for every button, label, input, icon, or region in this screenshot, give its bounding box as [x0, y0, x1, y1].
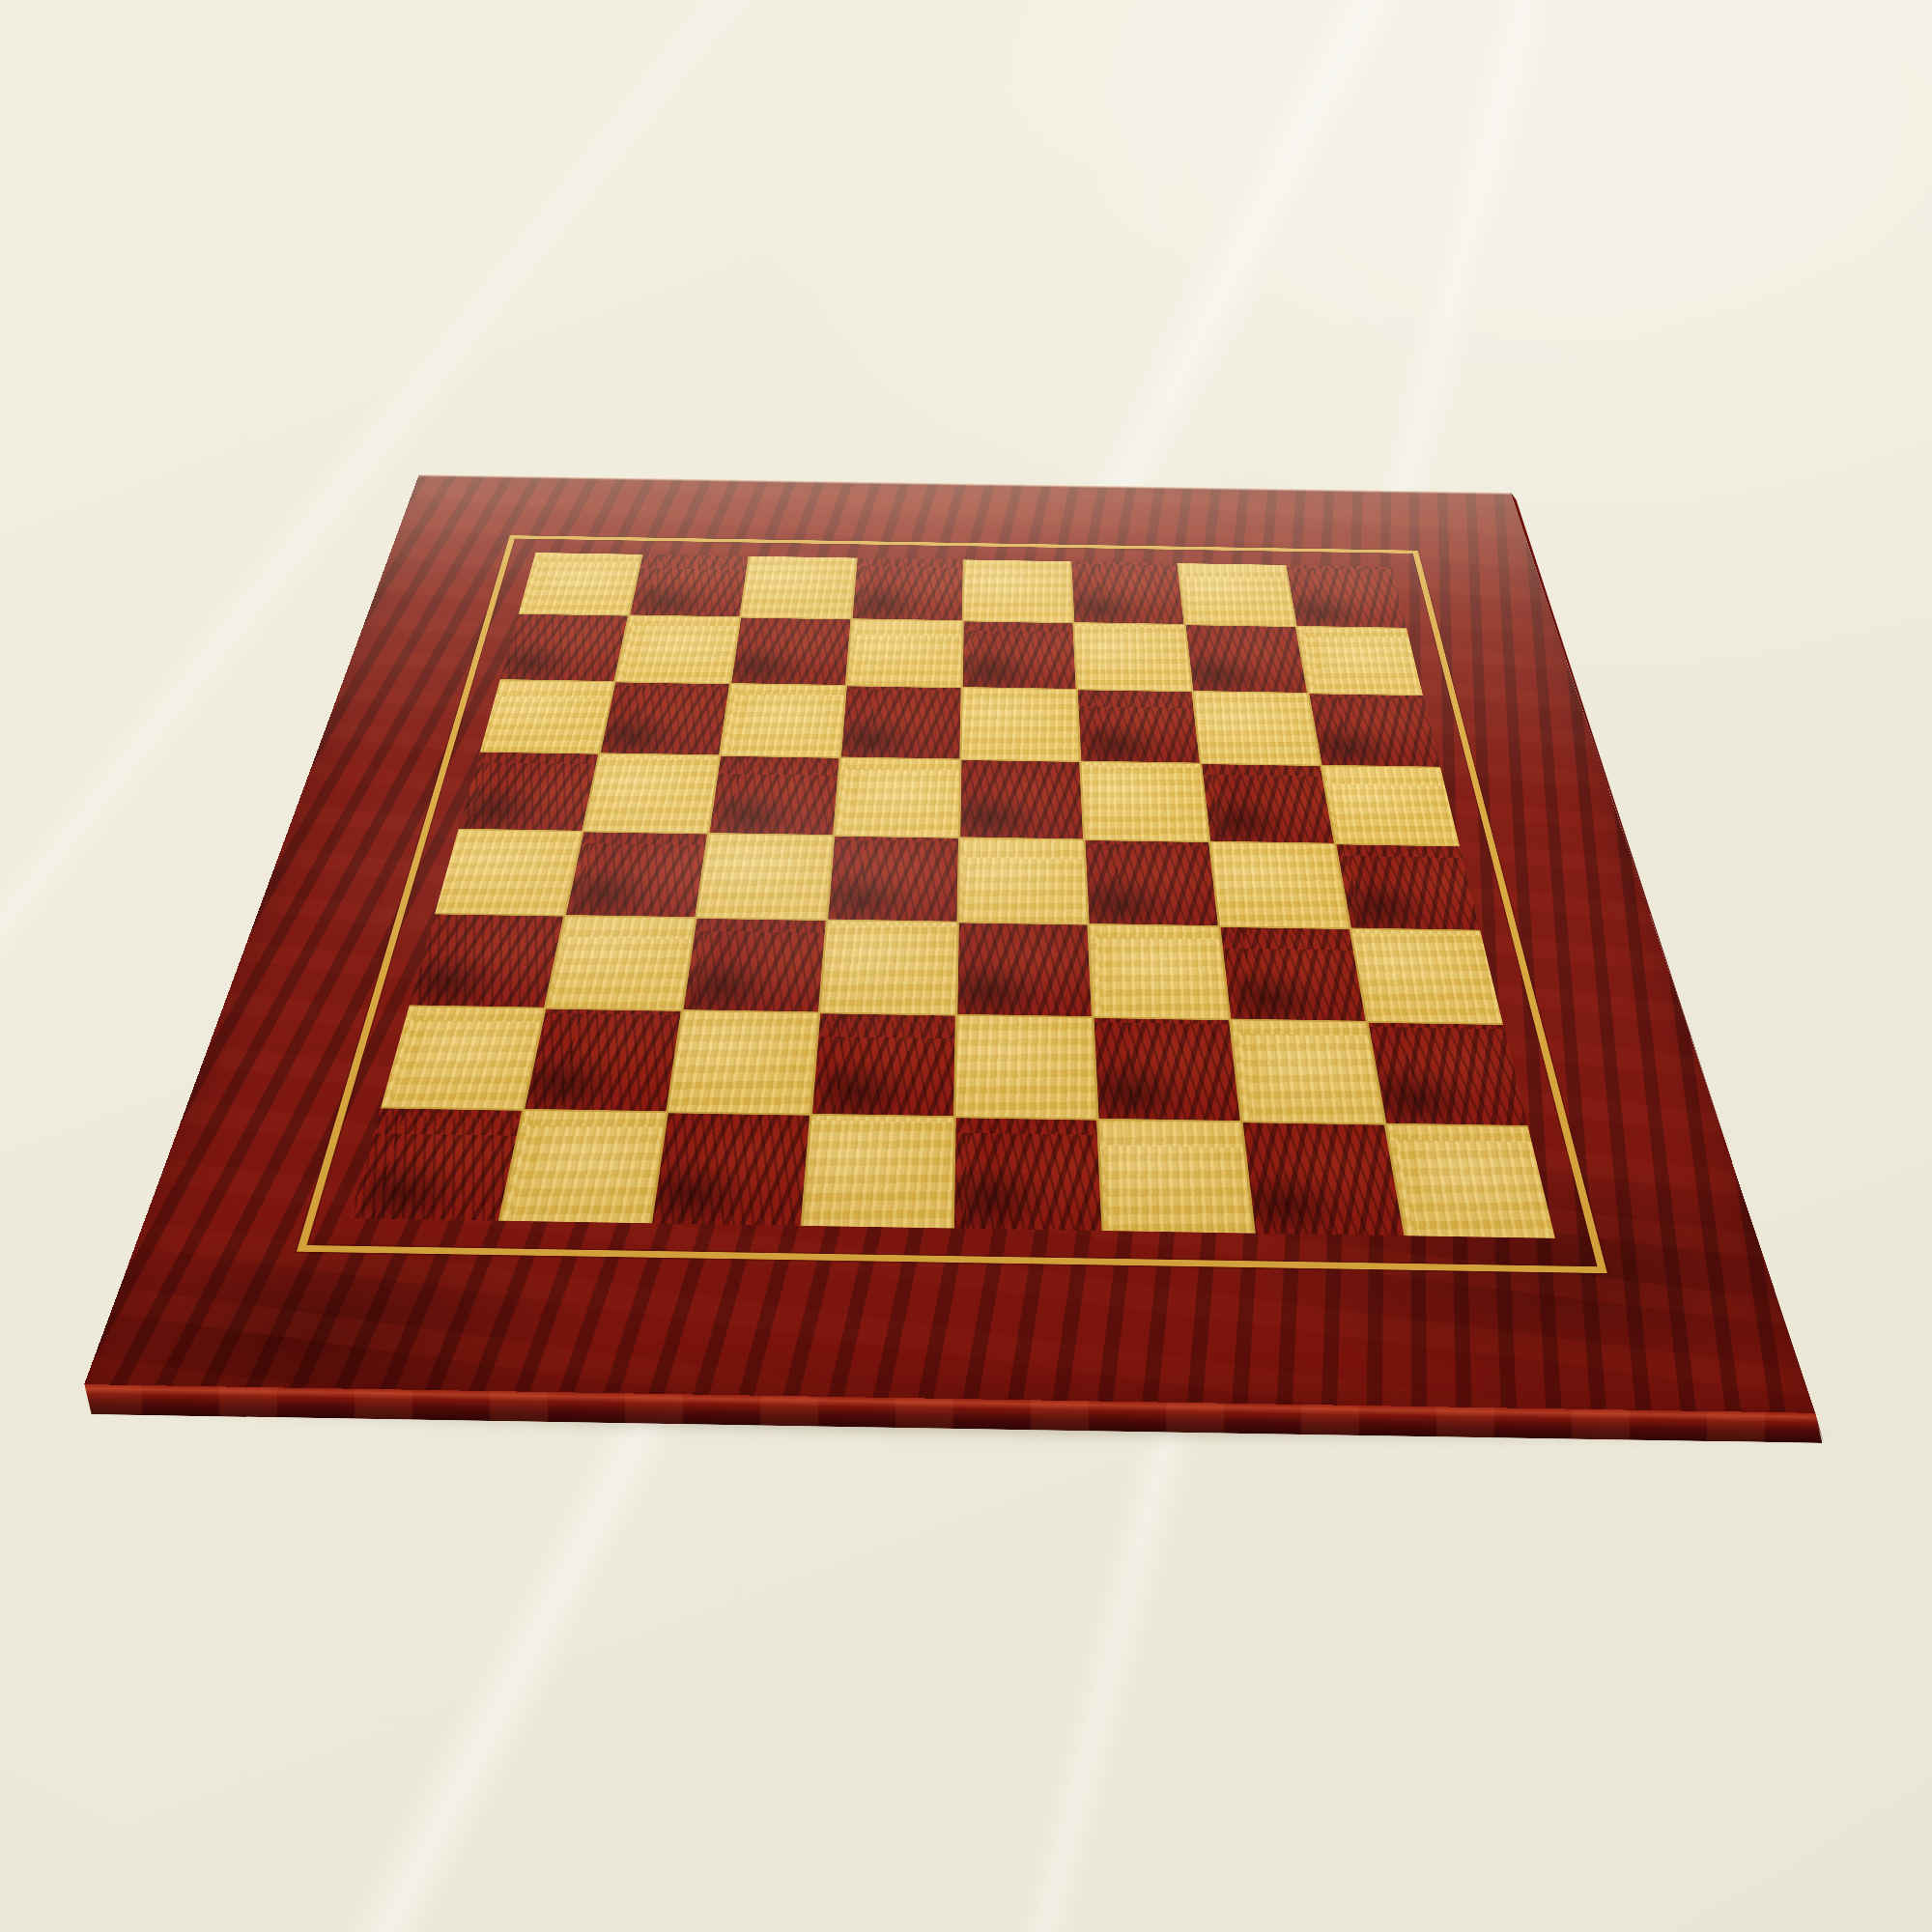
square-d6 [841, 686, 961, 758]
square-h2 [1369, 1023, 1528, 1125]
square-a2 [381, 1007, 543, 1109]
square-c8 [741, 556, 855, 618]
square-b4 [566, 832, 707, 917]
square-a1 [350, 1108, 522, 1220]
squares-grid [350, 553, 1555, 1238]
square-g2 [1232, 1020, 1384, 1122]
square-h6 [1309, 694, 1439, 766]
square-c1 [652, 1113, 810, 1225]
square-c3 [683, 919, 825, 1011]
square-g6 [1194, 692, 1321, 764]
square-d3 [820, 921, 956, 1014]
square-h7 [1297, 627, 1423, 695]
square-f5 [1082, 762, 1208, 841]
square-d2 [812, 1013, 955, 1116]
square-f3 [1090, 925, 1229, 1019]
square-a8 [519, 553, 640, 614]
square-e8 [963, 559, 1072, 622]
back-bevel-highlight [418, 474, 1512, 495]
square-h8 [1287, 565, 1406, 628]
chess-board [84, 474, 1815, 1413]
square-g4 [1211, 842, 1350, 928]
square-h4 [1336, 844, 1480, 930]
square-d8 [852, 558, 962, 621]
square-a5 [459, 752, 598, 830]
square-a7 [500, 614, 628, 681]
square-c7 [731, 617, 850, 684]
square-a4 [435, 830, 582, 915]
square-a6 [480, 680, 613, 753]
square-b5 [584, 754, 719, 833]
square-e6 [961, 688, 1079, 760]
square-b2 [525, 1009, 680, 1112]
square-f8 [1071, 561, 1183, 624]
square-e4 [958, 838, 1087, 924]
square-e1 [953, 1118, 1102, 1231]
square-d1 [803, 1116, 952, 1229]
square-g5 [1202, 764, 1334, 843]
scene [0, 0, 1932, 1932]
square-d5 [835, 758, 959, 837]
square-e5 [960, 760, 1083, 838]
square-f4 [1086, 840, 1218, 926]
square-c2 [668, 1011, 818, 1114]
board-top-face [84, 474, 1815, 1413]
square-g1 [1243, 1122, 1405, 1236]
square-d4 [828, 836, 958, 921]
square-f7 [1075, 623, 1192, 691]
square-a3 [410, 915, 563, 1008]
square-c6 [721, 684, 844, 756]
square-e2 [955, 1016, 1096, 1119]
square-e3 [957, 923, 1092, 1017]
square-f1 [1099, 1121, 1253, 1234]
square-h1 [1387, 1125, 1555, 1238]
square-b3 [547, 917, 695, 1009]
square-h5 [1322, 766, 1460, 845]
square-f2 [1094, 1018, 1240, 1121]
square-d7 [847, 619, 962, 686]
square-g8 [1179, 563, 1295, 626]
square-f6 [1078, 690, 1200, 762]
square-h3 [1351, 929, 1502, 1023]
square-b7 [615, 616, 738, 683]
square-b6 [601, 682, 729, 754]
square-b8 [630, 554, 748, 616]
square-e7 [962, 621, 1075, 689]
square-c5 [709, 756, 838, 835]
board-tilt-wrapper [0, 0, 1932, 1932]
square-g3 [1221, 927, 1366, 1021]
square-c4 [696, 834, 832, 919]
square-g7 [1186, 625, 1307, 693]
square-b1 [500, 1111, 665, 1223]
